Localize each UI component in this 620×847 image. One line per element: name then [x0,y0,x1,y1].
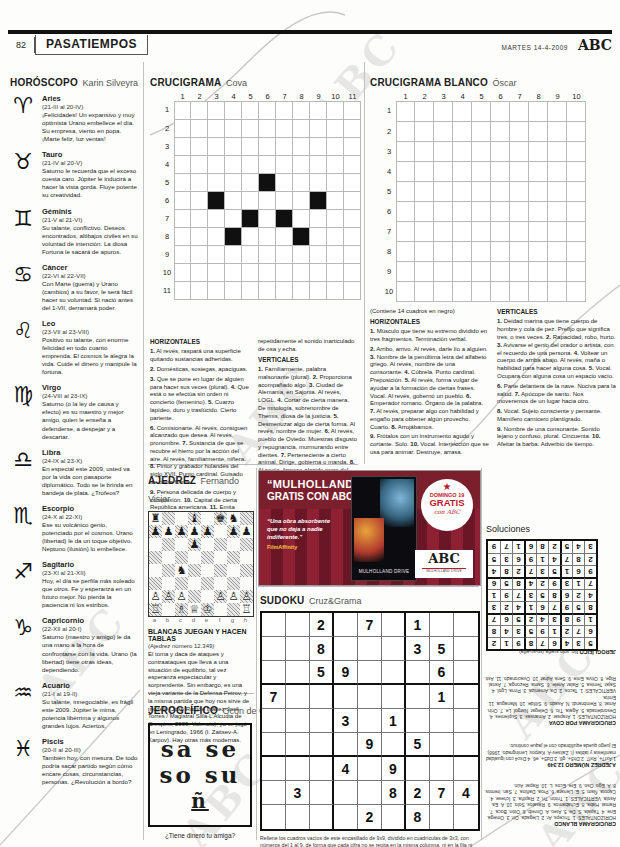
sudoku-given-cell: 5 [488,553,500,565]
sudoku-given-cell: 5 [560,541,572,553]
white-cell [242,174,259,192]
sign-dates: (21-V al 21-VI) [42,216,138,223]
white-cell [510,282,529,302]
sudoku-given-cell: 3 [406,637,430,661]
file-label: c [174,617,187,623]
white-cell [310,120,327,138]
white-cell [396,162,415,182]
clue-paragraph: 1. Al revés, raspará una superficie quit… [150,348,250,364]
sudoku-given-cell: 8 [536,541,548,553]
white-cell [415,242,434,262]
white-cell [191,174,208,192]
white-cell [529,142,548,162]
row-label: 5 [382,182,396,201]
white-cell [548,242,567,262]
white-cell [191,120,208,138]
white-cell [529,282,548,302]
white-cell [174,192,191,210]
soluciones-ajedrez-header: AJEDREZ NÚMERO 12.349 [484,761,616,768]
sudoku-given-cell: 2 [572,589,584,601]
white-cell [225,192,242,210]
horoscope-section: HORÓSCOPO Karin Silveyra ♈Aries(21-III a… [10,72,138,793]
white-cell [310,282,327,300]
white-cell [491,222,510,242]
sudoku-empty-cell [454,757,478,781]
white-cell [310,174,327,192]
horoscope-entry-aries: ♈Aries(21-III al 20-IV)¡Felicidades! Un … [10,94,138,143]
sudoku-empty-cell [382,613,406,637]
white-cell [548,282,567,302]
aries-zodiac-icon: ♈ [10,94,36,143]
empty-square [201,577,214,590]
sudoku-given-cell: 3 [548,613,560,625]
soluciones-ajedrez-text: 1.Axf7+, Rxf7. 2.Dh5+, g6. 3.Dd5+, e6. 4… [484,742,616,761]
sagitario-zodiac-icon: ♐ [10,560,36,609]
sudoku-empty-cell [310,685,334,709]
page-number: 82 [8,40,34,50]
col-label: 9 [548,92,567,101]
horoscope-entry-body: Aries(21-III al 20-IV)¡Felicidades! Un e… [42,94,138,143]
horoscope-entry-acuario: ♒Acuario(21-I al 19-II)Su talante, inneg… [10,681,138,730]
piece-glyph: ♗ [176,603,186,616]
sudoku-empty-cell [334,781,358,805]
sudoku-empty-cell [382,733,406,757]
sudoku-empty-cell [286,709,310,733]
sudoku-empty-cell [358,661,382,685]
white-cell [174,138,191,156]
sudoku-instructions: Rellene los cuadros vacíos de este encas… [260,835,478,847]
horoscope-entry-géminis: ♊Géminis(21-V al 21-VI)Su talante, confl… [10,207,138,256]
row-label: 9 [160,246,174,263]
white-cell [276,282,293,300]
white-cell [225,210,242,228]
sudoku-title: SUDOKU [260,595,305,606]
sign-name: Tauro [42,150,138,159]
poster-face-art [380,479,414,527]
sudoku-given-cell: 3 [536,565,548,577]
white-cell [396,122,415,142]
sudoku-empty-cell [358,781,382,805]
white-cell [310,246,327,264]
sudoku-given-cell: 9 [572,613,584,625]
sudoku-given-cell: 6 [430,661,454,685]
white-cell [491,242,510,262]
sudoku-given-cell: 1 [584,613,596,625]
sudoku-empty-cell [358,637,382,661]
sudoku-given-cell: 5 [536,589,548,601]
empty-square [201,551,214,564]
white-cell [434,222,453,242]
sudoku-author: Cruz&Grama [309,596,362,606]
white-cell [327,156,344,174]
piece-glyph: ♟ [176,525,186,538]
sudoku-section: SUDOKU Cruz&Grama 2718355967131954938274… [260,590,480,847]
sign-text: Hoy, el día se perfila más soleado que o… [42,577,138,609]
clue-paragraph: 1. Deidad marina que tiene cuerpo de hom… [497,318,616,380]
abc-logo: ABC [415,550,473,568]
sudoku-empty-cell [454,805,478,829]
crucigrama-section: CRUCIGRAMA Cova [150,72,247,90]
white-cell [491,101,510,122]
white-cell [453,282,472,302]
white-cell [327,120,344,138]
row-label: 1 [382,101,396,120]
empty-square [149,551,162,564]
white-cell [174,282,191,300]
sudoku-given-cell: 6 [488,577,500,589]
sign-name: Aries [42,94,138,103]
cáncer-zodiac-icon: ♋ [10,263,36,312]
col-label: 5 [472,92,491,101]
sudoku-given-cell: 4 [572,541,584,553]
acuario-zodiac-icon: ♒ [10,681,36,730]
white-cell [208,138,225,156]
sudoku-given-cell: 7 [572,625,584,637]
sudoku-given-cell: 7 [512,589,524,601]
white-cell [174,264,191,282]
white-cell [529,262,548,282]
sudoku-empty-cell [358,685,382,709]
empty-square [162,603,175,616]
white-cell [293,246,310,264]
sudoku-empty-cell [286,757,310,781]
row-label: 10 [382,282,396,301]
black-p-piece: ♟ [175,525,188,538]
soluciones-blanco-header: CRUCIGRAMA BLANCO [484,820,616,827]
white-cell [472,262,491,282]
white-cell [191,246,208,264]
white-cell [529,182,548,202]
sign-text: Su talante, innegociable, es frágil este… [42,698,138,730]
sudoku-empty-cell [262,661,286,685]
white-cell [208,228,225,246]
col-label: 3 [208,92,225,101]
sign-text: Saturno (o la ley de causa y efecto) es … [42,400,138,440]
white-cell [344,156,361,174]
black-p-piece: ♟ [240,525,253,538]
chess-file-labels: abcdefgh [148,617,252,623]
white-cell [327,246,344,264]
sign-name: Libra [42,448,138,457]
white-cell [242,246,259,264]
jeroglifico-line: ñ [191,788,209,814]
sudoku-given-cell: 2 [560,625,572,637]
white-cell [259,228,276,246]
white-cell [491,202,510,222]
empty-square [214,525,227,538]
horoscope-entry-sagitario: ♐Sagitario(23-XI al 21-XII)Hoy, el día s… [10,560,138,609]
white-cell [415,162,434,182]
sudoku-given-cell: 8 [512,577,524,589]
row-label: 4 [160,156,174,173]
empty-square [240,564,253,577]
poster-title: MULHOLLAND DRIVE [352,569,416,574]
horoscope-entry-body: Cáncer(22-VI al 22-VII)Con Marte (guerra… [42,263,138,312]
crucigrama-blanco-grid: 1234567891012345678910 [382,92,586,302]
clue-paragraph: HORIZONTALES [370,318,489,326]
sudoku-given-cell: 9 [548,577,560,589]
sudoku-empty-cell [430,757,454,781]
white-cell [415,101,434,122]
row-label: 1 [160,101,174,118]
virgo-zodiac-icon: ♍ [10,383,36,440]
sudoku-given-cell: 2 [536,577,548,589]
white-cell [415,202,434,222]
horoscope-entry-libra: ♎Libra(24-IX al 23-X)En especial este 20… [10,448,138,497]
abc-logo-tagline: MULHOLLAND DRIVE [415,569,473,573]
white-cell [415,282,434,302]
sudoku-given-cell: 9 [500,589,512,601]
sudoku-given-cell: 2 [406,781,430,805]
white-cell [510,262,529,282]
sudoku-given-cell: 2 [310,613,334,637]
white-cell [208,174,225,192]
sudoku-given-cell: 1 [512,541,524,553]
white-cell [310,210,327,228]
sudoku-given-cell: 4 [500,625,512,637]
white-cell [225,120,242,138]
horoscope-entry-cáncer: ♋Cáncer(22-VI al 22-VII)Con Marte (guerr… [10,263,138,312]
white-cell [453,101,472,122]
piece-glyph: ♟ [150,525,160,538]
soluciones-jeroglifico: JEROGLÍFICO No: solo sueña (so-su-eña). [484,648,616,655]
file-label: f [213,617,226,623]
white-cell [434,242,453,262]
white-cell [344,192,361,210]
escorpio-zodiac-icon: ♏ [10,504,36,553]
empty-square [162,564,175,577]
white-cell [567,101,586,122]
white-cell [510,182,529,202]
white-cell [472,142,491,162]
sudoku-given-cell: 3 [488,601,500,613]
sign-name: Piscis [42,737,138,746]
sudoku-given-cell: 1 [536,553,548,565]
empty-square [227,538,240,551]
row-label: 10 [160,264,174,281]
sudoku-empty-cell [406,685,430,709]
sudoku-given-cell: 2 [500,601,512,613]
sudoku-empty-cell [454,685,478,709]
white-cell [225,101,242,120]
white-cell [344,174,361,192]
row-label: 7 [160,210,174,227]
sudoku-empty-cell [262,709,286,733]
row-label: 6 [160,192,174,209]
white-cell [242,264,259,282]
black-cell [259,174,276,192]
sign-dates: (24-X al 22-XI) [42,513,138,520]
sudoku-given-cell: 1 [560,565,572,577]
white-cell [242,282,259,300]
sudoku-given-cell: 4 [454,781,478,805]
white-cell [548,262,567,282]
white-cell [225,174,242,192]
row-label: 9 [382,262,396,281]
sudoku-empty-cell [382,685,406,709]
col-label: 10 [567,92,586,101]
piece-glyph: ♟ [228,525,238,538]
chess-caption: BLANCAS JUEGAN Y HACEN TABLAS [148,628,252,642]
white-cell [259,156,276,174]
white-cell [434,101,453,122]
sudoku-given-cell: 3 [500,553,512,565]
leo-zodiac-icon: ♌ [10,319,36,376]
sudoku-empty-cell [406,757,430,781]
white-cell [529,202,548,222]
jeroglifico-line: so su [160,762,241,788]
white-cell [191,282,208,300]
black-cell [310,192,327,210]
white-cell [567,162,586,182]
sign-text: Con Marte (guerra) y Urano (cambios) a s… [42,280,138,312]
issue-date: MARTES 14-4-2009 [501,44,567,51]
empty-square [188,577,201,590]
sudoku-given-cell: 7 [262,685,286,709]
white-cell [310,228,327,246]
empty-square [175,538,188,551]
sudoku-empty-cell [286,661,310,685]
white-cell [344,101,361,120]
sudoku-given-cell: 4 [512,601,524,613]
white-cell [434,162,453,182]
white-cell [225,246,242,264]
white-cell [434,122,453,142]
piece-glyph: ♙ [228,590,238,603]
white-cell [396,222,415,242]
empty-square [188,551,201,564]
empty-square [227,551,240,564]
white-cell [472,202,491,222]
section-title: PASATIEMPOS [35,35,148,55]
empty-square [227,603,240,616]
white-cell [567,202,586,222]
sudoku-empty-cell [406,709,430,733]
horoscope-entry-tauro: ♉Tauro(21-IV al 20-V)Saturno le recuerda… [10,150,138,199]
file-label: g [226,617,239,623]
white-cell [491,162,510,182]
white-cell [344,246,361,264]
black-cell [242,210,259,228]
sudoku-given-cell: 8 [548,589,560,601]
soluciones-title: Soluciones [486,524,598,534]
piece-glyph: ♟ [202,525,212,538]
white-cell [242,228,259,246]
ad-quote-text: “Una obra absorbente que no deja a nadie… [267,518,330,540]
white-cell [567,222,586,242]
white-cell [276,101,293,120]
sign-dates: (22-XII al 20-I) [42,625,138,632]
white-cell [434,142,453,162]
white-b-piece: ♗ [175,603,188,616]
horoscope-entry-body: Sagitario(23-XI al 21-XII)Hoy, el día se… [42,560,138,609]
empty-square [188,564,201,577]
piece-glyph: ♖ [150,603,160,616]
white-cell [310,138,327,156]
white-cell [529,122,548,142]
horoscope-entry-capricornio: ♑Capricornio(22-XII al 20-I)Saturno (mae… [10,616,138,673]
white-cell [344,138,361,156]
grid-corner [160,92,174,101]
sudoku-given-cell: 7 [430,781,454,805]
column-rule [364,62,365,464]
black-p-piece: ♟ [227,525,240,538]
sign-text: Saturno le recuerda que el exceso cuesta… [42,167,138,199]
horoscope-entry-piscis: ♓Piscis(20-II al 20-III)También hoy, con… [10,737,138,786]
col-label: 10 [327,92,344,101]
file-label: e [200,617,213,623]
white-cell [293,101,310,120]
sudoku-empty-cell [430,613,454,637]
col-label: 11 [344,92,361,101]
horoscope-entry-body: Leo(23-VII al 23-VIII)Positivo su talant… [42,319,138,376]
clue-paragraph: 9. Nombre de una consonante. Sonido leja… [497,426,616,449]
piece-glyph: ♙ [215,590,225,603]
sudoku-given-cell: 9 [584,565,596,577]
sign-text: En especial este 2009, usted va por la v… [42,465,138,497]
géminis-zodiac-icon: ♊ [10,207,36,256]
white-cell [491,142,510,162]
empty-square [214,538,227,551]
section-rule [258,586,479,587]
white-cell [415,222,434,242]
crucigrama-blanco-section: CRUCIGRAMA BLANCO Óscar [370,72,517,90]
white-cell [310,101,327,120]
sudoku-empty-cell [310,805,334,829]
sudoku-given-cell: 9 [560,601,572,613]
sudoku-given-cell: 7 [548,601,560,613]
white-cell [396,202,415,222]
white-cell [344,228,361,246]
sudoku-given-cell: 9 [524,553,536,565]
white-cell [191,210,208,228]
empty-square [227,564,240,577]
white-cell [529,101,548,122]
white-cell [472,282,491,302]
white-cell [327,264,344,282]
white-cell [472,122,491,142]
piece-glyph: ♞ [176,564,186,577]
white-cell [174,210,191,228]
soluciones-blanco-text: HORIZONTALES: 1. Tríceps. Ar. 2. Llegada… [484,782,616,820]
abc-logo: ABC [578,37,612,53]
white-cell [453,262,472,282]
horoscope-entry-body: Tauro(21-IV al 20-V)Saturno le recuerda … [42,150,138,199]
white-cell [293,192,310,210]
white-cell [327,228,344,246]
white-cell [174,101,191,120]
sudoku-given-cell: 5 [500,577,512,589]
white-cell [510,202,529,222]
sudoku-given-cell: 7 [500,541,512,553]
sign-dates: (21-III al 20-IV) [42,103,138,110]
sudoku-empty-cell [334,613,358,637]
file-label: d [187,617,200,623]
soluciones-blanco: CRUCIGRAMA BLANCO HORIZONTALES: 1. Tríce… [484,782,616,827]
sudoku-given-cell: 6 [560,589,572,601]
sudoku-given-cell: 9 [358,733,382,757]
white-cell [293,120,310,138]
sudoku-given-cell: 4 [536,613,548,625]
sudoku-given-cell: 8 [500,565,512,577]
col-label: 1 [174,92,191,101]
clue-paragraph: (Contiene 14 cuadros en negro) [370,308,489,316]
crucigrama-blanco-clues: (Contiene 14 cuadros en negro)HORIZONTAL… [370,308,616,459]
clue-paragraph: 3. Que se pone en lugar de alguien para … [150,376,250,423]
soluciones-jeroglifico-text: No: solo sueña (so-su-eña). [518,649,578,654]
black-n-piece: ♞ [175,564,188,577]
sign-name: Acuario [42,681,138,690]
